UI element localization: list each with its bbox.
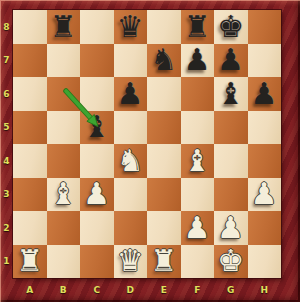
square-d8[interactable]: ♛	[114, 10, 148, 44]
square-e4[interactable]	[147, 144, 181, 178]
square-h7[interactable]	[248, 44, 282, 78]
square-b8[interactable]: ♜	[47, 10, 81, 44]
file-label-a: A	[13, 278, 47, 302]
file-label-h: H	[248, 278, 282, 302]
rank-label-1: 1	[0, 245, 13, 279]
square-f4[interactable]: ♝	[181, 144, 215, 178]
square-c4[interactable]	[80, 144, 114, 178]
square-g1[interactable]: ♚	[214, 245, 248, 279]
white-king-g1[interactable]: ♚	[214, 245, 248, 279]
square-a3[interactable]	[13, 178, 47, 212]
black-pawn-f7[interactable]: ♟	[181, 44, 215, 78]
square-a1[interactable]: ♜	[13, 245, 47, 279]
square-f7[interactable]: ♟	[181, 44, 215, 78]
square-h8[interactable]	[248, 10, 282, 44]
square-b4[interactable]	[47, 144, 81, 178]
square-e2[interactable]	[147, 211, 181, 245]
black-rook-b8[interactable]: ♜	[47, 10, 81, 44]
black-queen-d8[interactable]: ♛	[114, 10, 148, 44]
white-knight-d4[interactable]: ♞	[114, 144, 148, 178]
black-king-g8[interactable]: ♚	[214, 10, 248, 44]
square-b2[interactable]	[47, 211, 81, 245]
square-g3[interactable]	[214, 178, 248, 212]
square-g8[interactable]: ♚	[214, 10, 248, 44]
square-g4[interactable]	[214, 144, 248, 178]
rank-label-4: 4	[0, 144, 13, 178]
square-e1[interactable]: ♜	[147, 245, 181, 279]
square-g5[interactable]	[214, 111, 248, 145]
file-label-c: C	[80, 278, 114, 302]
rank-label-5: 5	[0, 111, 13, 145]
white-rook-a1[interactable]: ♜	[13, 245, 47, 279]
square-b5[interactable]	[47, 111, 81, 145]
square-a2[interactable]	[13, 211, 47, 245]
square-d5[interactable]	[114, 111, 148, 145]
black-rook-f8[interactable]: ♜	[181, 10, 215, 44]
rank-label-7: 7	[0, 44, 13, 78]
square-b6[interactable]	[47, 77, 81, 111]
black-pawn-g7[interactable]: ♟	[214, 44, 248, 78]
square-h1[interactable]	[248, 245, 282, 279]
white-pawn-c3[interactable]: ♟	[80, 178, 114, 212]
black-knight-e7[interactable]: ♞	[147, 44, 181, 78]
square-b1[interactable]	[47, 245, 81, 279]
square-h4[interactable]	[248, 144, 282, 178]
rank-label-2: 2	[0, 211, 13, 245]
square-b7[interactable]	[47, 44, 81, 78]
black-pawn-d6[interactable]: ♟	[114, 77, 148, 111]
square-f1[interactable]	[181, 245, 215, 279]
white-pawn-h3[interactable]: ♟	[248, 178, 282, 212]
square-e6[interactable]	[147, 77, 181, 111]
square-e7[interactable]: ♞	[147, 44, 181, 78]
square-d2[interactable]	[114, 211, 148, 245]
square-d7[interactable]	[114, 44, 148, 78]
square-c8[interactable]	[80, 10, 114, 44]
white-pawn-g2[interactable]: ♟	[214, 211, 248, 245]
black-pawn-h6[interactable]: ♟	[248, 77, 282, 111]
square-c1[interactable]	[80, 245, 114, 279]
square-e3[interactable]	[147, 178, 181, 212]
file-labels: ABCDEFGH	[13, 278, 281, 302]
square-a5[interactable]	[13, 111, 47, 145]
file-label-b: B	[47, 278, 81, 302]
square-b3[interactable]: ♝	[47, 178, 81, 212]
square-g2[interactable]: ♟	[214, 211, 248, 245]
white-bishop-f4[interactable]: ♝	[181, 144, 215, 178]
square-h6[interactable]: ♟	[248, 77, 282, 111]
square-c7[interactable]	[80, 44, 114, 78]
square-d4[interactable]: ♞	[114, 144, 148, 178]
square-d3[interactable]	[114, 178, 148, 212]
square-h3[interactable]: ♟	[248, 178, 282, 212]
black-bishop-c5[interactable]: ♝	[80, 111, 114, 145]
rank-labels: 87654321	[0, 10, 13, 278]
square-h2[interactable]	[248, 211, 282, 245]
chess-board[interactable]: ♜♛♜♚♞♟♟♟♝♟♝♞♝♝♟♟♟♟♜♛♜♚	[13, 10, 281, 278]
white-pawn-f2[interactable]: ♟	[181, 211, 215, 245]
file-label-g: G	[214, 278, 248, 302]
square-h5[interactable]	[248, 111, 282, 145]
white-queen-d1[interactable]: ♛	[114, 245, 148, 279]
square-e5[interactable]	[147, 111, 181, 145]
white-bishop-b3[interactable]: ♝	[47, 178, 81, 212]
square-a4[interactable]	[13, 144, 47, 178]
square-g7[interactable]: ♟	[214, 44, 248, 78]
file-label-e: E	[147, 278, 181, 302]
square-a8[interactable]	[13, 10, 47, 44]
square-c3[interactable]: ♟	[80, 178, 114, 212]
rank-label-6: 6	[0, 77, 13, 111]
rank-label-3: 3	[0, 178, 13, 212]
square-d1[interactable]: ♛	[114, 245, 148, 279]
square-f5[interactable]	[181, 111, 215, 145]
rank-label-8: 8	[0, 10, 13, 44]
black-bishop-g6[interactable]: ♝	[214, 77, 248, 111]
square-c2[interactable]	[80, 211, 114, 245]
square-f6[interactable]	[181, 77, 215, 111]
file-label-f: F	[181, 278, 215, 302]
square-e8[interactable]	[147, 10, 181, 44]
white-rook-e1[interactable]: ♜	[147, 245, 181, 279]
square-a6[interactable]	[13, 77, 47, 111]
square-f3[interactable]	[181, 178, 215, 212]
file-label-d: D	[114, 278, 148, 302]
square-c6[interactable]	[80, 77, 114, 111]
square-f8[interactable]: ♜	[181, 10, 215, 44]
chess-board-frame: 87654321 ♜♛♜♚♞♟♟♟♝♟♝♞♝♝♟♟♟♟♜♛♜♚ ABCDEFGH	[0, 0, 300, 302]
square-d6[interactable]: ♟	[114, 77, 148, 111]
square-g6[interactable]: ♝	[214, 77, 248, 111]
square-f2[interactable]: ♟	[181, 211, 215, 245]
square-a7[interactable]	[13, 44, 47, 78]
square-c5[interactable]: ♝	[80, 111, 114, 145]
